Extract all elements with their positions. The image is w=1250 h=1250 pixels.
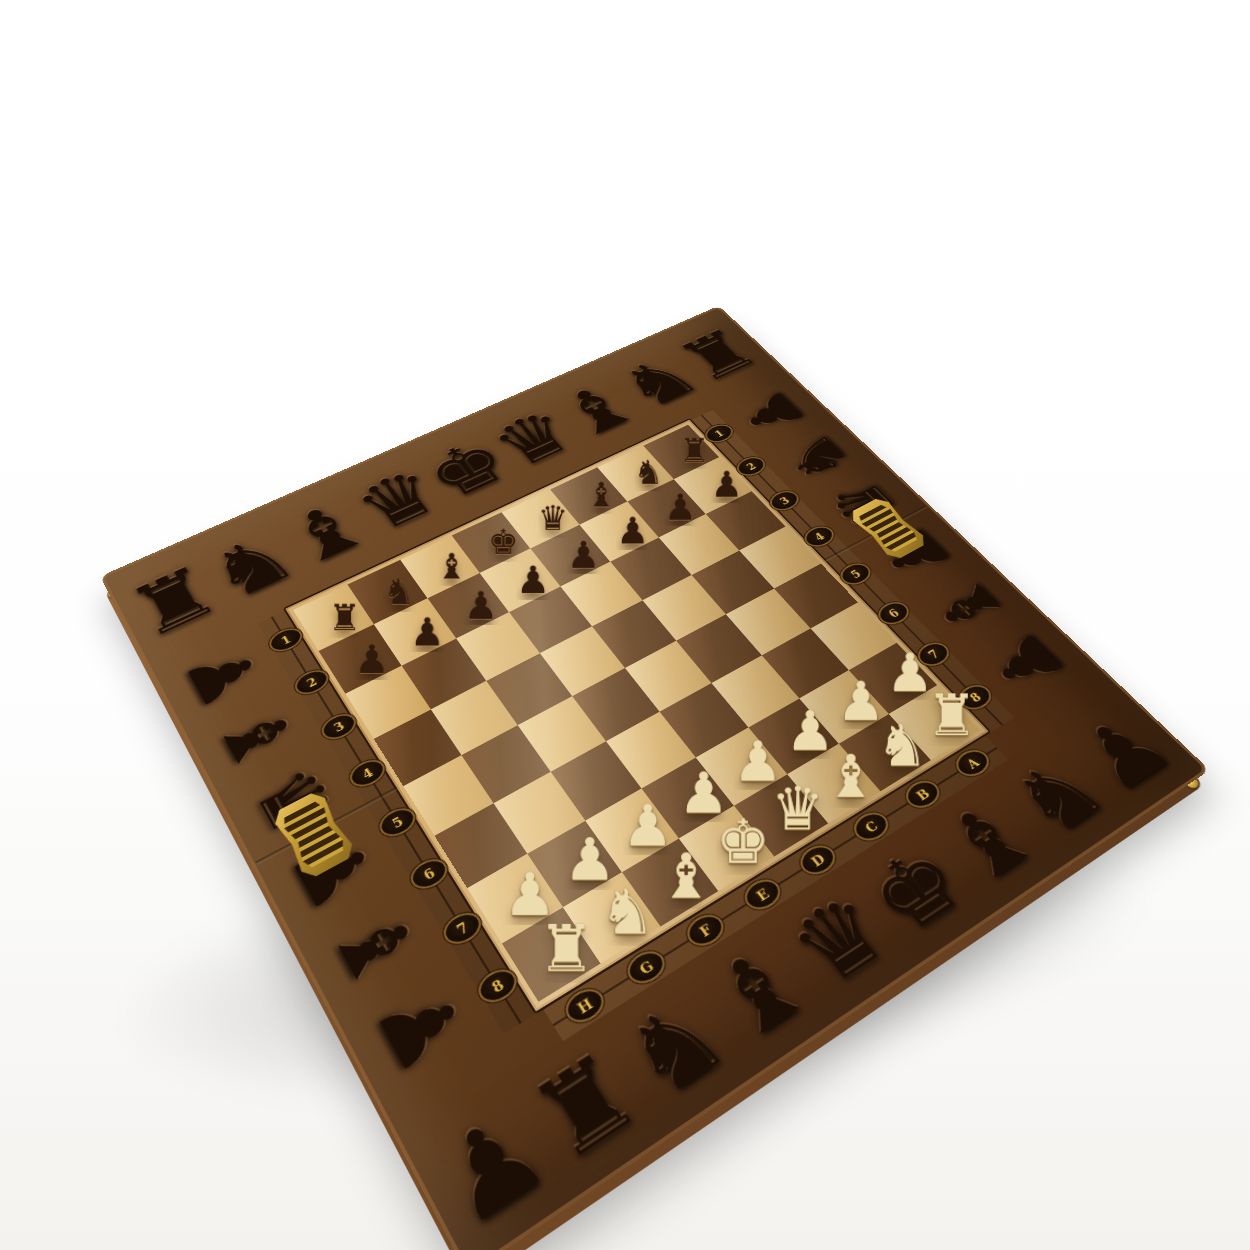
carved-recess-bishop-icon: ♝ — [925, 786, 1053, 899]
carved-recess-pawn-icon: ♟ — [973, 622, 1079, 705]
piece-light-king-E8[interactable]: ♚ — [716, 812, 771, 873]
brass-plaque — [270, 789, 357, 881]
carved-recess-queen-icon: ♛ — [480, 400, 587, 480]
piece-dark-pawn-D2[interactable]: ♟ — [567, 536, 600, 573]
piece-dark-pawn-F2[interactable]: ♟ — [464, 587, 498, 625]
carved-recess-king-icon: ♚ — [413, 428, 521, 511]
brass-plaque — [847, 496, 930, 562]
carved-recess-bishop-icon: ♝ — [317, 893, 434, 1004]
carved-recess-bishop-icon: ♝ — [271, 489, 382, 578]
piece-dark-rook-A1[interactable]: ♜ — [680, 435, 709, 467]
piece-dark-knight-B1[interactable]: ♞ — [634, 457, 664, 490]
carved-recess-pawn-icon: ♟ — [1063, 702, 1187, 805]
piece-light-rook-A8[interactable]: ♜ — [926, 687, 977, 744]
carved-recess-knight-icon: ♞ — [771, 426, 864, 491]
piece-dark-rook-H1[interactable]: ♜ — [329, 601, 361, 637]
piece-dark-pawn-C2[interactable]: ♟ — [616, 513, 649, 550]
carved-recess-pawn-icon: ♟ — [360, 969, 482, 1089]
square-H4[interactable] — [374, 709, 462, 786]
carved-recess-bishop-icon: ♝ — [205, 693, 310, 783]
piece-dark-pawn-E2[interactable]: ♟ — [516, 561, 550, 599]
piece-dark-bishop-F1[interactable]: ♝ — [436, 550, 467, 585]
piece-light-knight-G8[interactable]: ♞ — [599, 881, 656, 944]
photo-backdrop: ♜♞♝♛♚♛♝♞♜ ♟♜♞♝♛♚♝♞♟ ♟♝♛♟♝♟ ♟♞♛♟♝♟ ♜♞♝♚♛♝… — [0, 0, 1250, 1250]
piece-dark-bishop-C1[interactable]: ♝ — [587, 479, 617, 512]
carved-recess-king-icon: ♚ — [851, 831, 981, 949]
carved-recess-knight-icon: ♞ — [607, 980, 743, 1117]
carved-recess-bishop-icon: ♝ — [545, 372, 651, 449]
carved-recess-knight-icon: ♞ — [196, 521, 308, 614]
piece-light-queen-D8[interactable]: ♛ — [771, 779, 825, 839]
playing-field: ♜♞♝♚♛♝♞♜♟♟♟♟♟♟♟♟♟♟♟♟♟♟♟♟♜♞♝♚♛♝♞♜ — [293, 425, 980, 1002]
carved-recess-rook-icon: ♜ — [118, 554, 231, 651]
piece-dark-pawn-H2[interactable]: ♟ — [354, 640, 389, 679]
piece-dark-king-E1[interactable]: ♚ — [488, 526, 519, 560]
piece-dark-knight-G1[interactable]: ♞ — [383, 575, 415, 610]
piece-dark-pawn-G2[interactable]: ♟ — [410, 613, 445, 652]
carved-recess-pawn-icon: ♟ — [728, 383, 818, 444]
carved-recess-rook-icon: ♜ — [517, 1035, 655, 1180]
carved-recess-knight-icon: ♞ — [996, 743, 1122, 851]
carved-recess-bishop-icon: ♝ — [693, 928, 827, 1059]
carved-recess-knight-icon: ♞ — [607, 346, 712, 420]
carved-recess-pawn-icon: ♟ — [422, 1093, 562, 1246]
carved-recess-queen-icon: ♛ — [344, 458, 454, 544]
piece-light-rook-H8[interactable]: ♜ — [538, 917, 596, 981]
piece-dark-queen-D1[interactable]: ♛ — [538, 502, 568, 536]
piece-light-bishop-C8[interactable]: ♝ — [825, 747, 878, 806]
piece-dark-pawn-B2[interactable]: ♟ — [664, 489, 696, 525]
carved-recess-queen-icon: ♛ — [774, 879, 906, 1003]
carved-recess-rook-icon: ♜ — [667, 320, 771, 391]
piece-dark-pawn-A2[interactable]: ♟ — [711, 467, 743, 503]
carved-recess-pawn-icon: ♟ — [173, 635, 274, 719]
piece-light-knight-B8[interactable]: ♞ — [876, 717, 928, 775]
piece-light-bishop-F8[interactable]: ♝ — [659, 846, 715, 908]
